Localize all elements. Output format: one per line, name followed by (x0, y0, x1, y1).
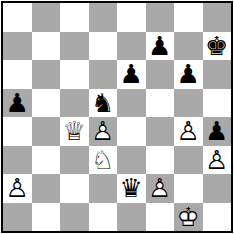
square-e5[interactable] (117, 89, 146, 118)
square-e6[interactable]: ♟ (117, 60, 146, 89)
square-d1[interactable] (89, 203, 118, 232)
square-a6[interactable] (3, 60, 32, 89)
pawn-glyph: ♟ (174, 60, 202, 88)
square-e2[interactable]: ♛ (117, 174, 146, 203)
pawn-glyph: ♟ (203, 117, 231, 145)
square-b6[interactable] (32, 60, 61, 89)
square-h3[interactable]: ♟♙ (203, 146, 232, 175)
pawn-glyph: ♟ (117, 60, 145, 88)
square-b2[interactable] (32, 174, 61, 203)
square-g4[interactable]: ♟♙ (174, 117, 203, 146)
square-g6[interactable]: ♟ (174, 60, 203, 89)
white-queen-piece: ♛♕ (60, 117, 88, 145)
chess-board-frame: ♟♚♟♟♟♞♛♕♟♙♟♙♟♞♘♟♙♟♙♛♟♙♚♔ (1, 1, 233, 233)
square-f4[interactable] (146, 117, 175, 146)
square-d3[interactable]: ♞♘ (89, 146, 118, 175)
pawn-glyph: ♙ (89, 117, 117, 145)
white-pawn-piece: ♟♙ (203, 146, 231, 174)
square-d6[interactable] (89, 60, 118, 89)
square-e7[interactable] (117, 32, 146, 61)
knight-glyph: ♞ (89, 89, 117, 117)
black-queen-piece: ♛ (117, 174, 145, 202)
square-d7[interactable] (89, 32, 118, 61)
pawn-glyph: ♙ (203, 146, 231, 174)
square-f7[interactable]: ♟ (146, 32, 175, 61)
black-king-piece: ♚ (203, 32, 231, 60)
square-f1[interactable] (146, 203, 175, 232)
square-c5[interactable] (60, 89, 89, 118)
pawn-glyph: ♙ (3, 174, 31, 202)
square-h4[interactable]: ♟ (203, 117, 232, 146)
square-d2[interactable] (89, 174, 118, 203)
square-g3[interactable] (174, 146, 203, 175)
square-c2[interactable] (60, 174, 89, 203)
square-a3[interactable] (3, 146, 32, 175)
white-pawn-piece: ♟♙ (146, 174, 174, 202)
square-h5[interactable] (203, 89, 232, 118)
pawn-glyph: ♙ (174, 117, 202, 145)
square-d5[interactable]: ♞ (89, 89, 118, 118)
queen-glyph: ♛ (117, 174, 145, 202)
square-c7[interactable] (60, 32, 89, 61)
square-d4[interactable]: ♟♙ (89, 117, 118, 146)
square-c4[interactable]: ♛♕ (60, 117, 89, 146)
king-glyph: ♚ (203, 32, 231, 60)
square-b5[interactable] (32, 89, 61, 118)
square-b1[interactable] (32, 203, 61, 232)
square-a2[interactable]: ♟♙ (3, 174, 32, 203)
square-a8[interactable] (3, 3, 32, 32)
white-knight-piece: ♞♘ (89, 146, 117, 174)
queen-glyph: ♕ (60, 117, 88, 145)
square-f6[interactable] (146, 60, 175, 89)
square-h6[interactable] (203, 60, 232, 89)
square-b7[interactable] (32, 32, 61, 61)
square-h7[interactable]: ♚ (203, 32, 232, 61)
square-c6[interactable] (60, 60, 89, 89)
square-e3[interactable] (117, 146, 146, 175)
white-pawn-piece: ♟♙ (3, 174, 31, 202)
chess-board: ♟♚♟♟♟♞♛♕♟♙♟♙♟♞♘♟♙♟♙♛♟♙♚♔ (3, 3, 231, 231)
square-g8[interactable] (174, 3, 203, 32)
white-pawn-piece: ♟♙ (174, 117, 202, 145)
square-f5[interactable] (146, 89, 175, 118)
black-pawn-piece: ♟ (117, 60, 145, 88)
square-g5[interactable] (174, 89, 203, 118)
square-c8[interactable] (60, 3, 89, 32)
square-e4[interactable] (117, 117, 146, 146)
pawn-glyph: ♟ (3, 89, 31, 117)
knight-glyph: ♘ (89, 146, 117, 174)
square-h8[interactable] (203, 3, 232, 32)
square-h1[interactable] (203, 203, 232, 232)
black-knight-piece: ♞ (89, 89, 117, 117)
square-g7[interactable] (174, 32, 203, 61)
square-a5[interactable]: ♟ (3, 89, 32, 118)
square-c1[interactable] (60, 203, 89, 232)
square-e8[interactable] (117, 3, 146, 32)
square-h2[interactable] (203, 174, 232, 203)
square-b8[interactable] (32, 3, 61, 32)
pawn-glyph: ♙ (146, 174, 174, 202)
square-f2[interactable]: ♟♙ (146, 174, 175, 203)
black-pawn-piece: ♟ (146, 32, 174, 60)
square-g1[interactable]: ♚♔ (174, 203, 203, 232)
white-king-piece: ♚♔ (174, 203, 202, 231)
black-pawn-piece: ♟ (3, 89, 31, 117)
square-e1[interactable] (117, 203, 146, 232)
king-glyph: ♔ (174, 203, 202, 231)
square-f8[interactable] (146, 3, 175, 32)
square-b4[interactable] (32, 117, 61, 146)
square-a1[interactable] (3, 203, 32, 232)
pawn-glyph: ♟ (146, 32, 174, 60)
square-d8[interactable] (89, 3, 118, 32)
black-pawn-piece: ♟ (174, 60, 202, 88)
square-a4[interactable] (3, 117, 32, 146)
square-c3[interactable] (60, 146, 89, 175)
square-a7[interactable] (3, 32, 32, 61)
square-f3[interactable] (146, 146, 175, 175)
black-pawn-piece: ♟ (203, 117, 231, 145)
white-pawn-piece: ♟♙ (89, 117, 117, 145)
square-b3[interactable] (32, 146, 61, 175)
square-g2[interactable] (174, 174, 203, 203)
